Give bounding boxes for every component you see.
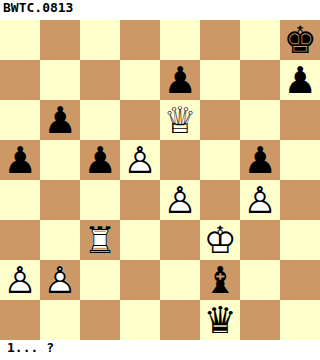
square-h4[interactable] bbox=[280, 180, 320, 220]
square-e1[interactable] bbox=[160, 300, 200, 340]
white-pawn-piece: ♙ bbox=[240, 180, 280, 220]
square-e5[interactable] bbox=[160, 140, 200, 180]
square-e2[interactable] bbox=[160, 260, 200, 300]
square-b4[interactable] bbox=[40, 180, 80, 220]
square-h6[interactable] bbox=[280, 100, 320, 140]
white-queen-piece-fill: ♛ bbox=[160, 100, 200, 140]
square-f1[interactable]: ♛ bbox=[200, 300, 240, 340]
square-d1[interactable] bbox=[120, 300, 160, 340]
square-c6[interactable] bbox=[80, 100, 120, 140]
white-rook-piece-fill: ♜ bbox=[80, 220, 120, 260]
square-h5[interactable] bbox=[280, 140, 320, 180]
square-c4[interactable] bbox=[80, 180, 120, 220]
square-b6[interactable]: ♟ bbox=[40, 100, 80, 140]
square-a3[interactable] bbox=[0, 220, 40, 260]
square-h2[interactable] bbox=[280, 260, 320, 300]
square-h3[interactable] bbox=[280, 220, 320, 260]
square-c8[interactable] bbox=[80, 20, 120, 60]
square-h8[interactable]: ♚ bbox=[280, 20, 320, 60]
square-h1[interactable] bbox=[280, 300, 320, 340]
square-c1[interactable] bbox=[80, 300, 120, 340]
square-e3[interactable] bbox=[160, 220, 200, 260]
square-e7[interactable]: ♟ bbox=[160, 60, 200, 100]
square-f2[interactable]: ♝ bbox=[200, 260, 240, 300]
chess-board: ♚♟♟♟♛♕♟♟♟♙♟♟♙♟♙♜♖♚♔♟♙♟♙♝♛ bbox=[0, 20, 320, 340]
square-g7[interactable] bbox=[240, 60, 280, 100]
square-d7[interactable] bbox=[120, 60, 160, 100]
square-g3[interactable] bbox=[240, 220, 280, 260]
square-a7[interactable] bbox=[0, 60, 40, 100]
square-f5[interactable] bbox=[200, 140, 240, 180]
square-f6[interactable] bbox=[200, 100, 240, 140]
white-king-piece-fill: ♚ bbox=[200, 220, 240, 260]
square-a8[interactable] bbox=[0, 20, 40, 60]
white-pawn-piece: ♙ bbox=[160, 180, 200, 220]
square-d2[interactable] bbox=[120, 260, 160, 300]
square-e4[interactable]: ♟♙ bbox=[160, 180, 200, 220]
square-c7[interactable] bbox=[80, 60, 120, 100]
white-rook-piece: ♖ bbox=[80, 220, 120, 260]
square-a1[interactable] bbox=[0, 300, 40, 340]
move-prompt: 1... ? bbox=[0, 340, 320, 360]
square-f3[interactable]: ♚♔ bbox=[200, 220, 240, 260]
black-pawn-piece: ♟ bbox=[80, 140, 120, 180]
black-pawn-piece: ♟ bbox=[240, 140, 280, 180]
black-bishop-piece: ♝ bbox=[200, 260, 240, 300]
white-pawn-piece: ♙ bbox=[0, 260, 40, 300]
white-pawn-piece: ♙ bbox=[120, 140, 160, 180]
square-g4[interactable]: ♟♙ bbox=[240, 180, 280, 220]
puzzle-title: BWTC.0813 bbox=[0, 0, 320, 20]
square-c3[interactable]: ♜♖ bbox=[80, 220, 120, 260]
black-pawn-piece: ♟ bbox=[160, 60, 200, 100]
square-a6[interactable] bbox=[0, 100, 40, 140]
square-a4[interactable] bbox=[0, 180, 40, 220]
square-g8[interactable] bbox=[240, 20, 280, 60]
square-a2[interactable]: ♟♙ bbox=[0, 260, 40, 300]
square-b5[interactable] bbox=[40, 140, 80, 180]
black-pawn-piece: ♟ bbox=[280, 60, 320, 100]
square-f8[interactable] bbox=[200, 20, 240, 60]
white-pawn-piece-fill: ♟ bbox=[0, 260, 40, 300]
square-d8[interactable] bbox=[120, 20, 160, 60]
square-d3[interactable] bbox=[120, 220, 160, 260]
square-b1[interactable] bbox=[40, 300, 80, 340]
square-e8[interactable] bbox=[160, 20, 200, 60]
square-c5[interactable]: ♟ bbox=[80, 140, 120, 180]
square-g5[interactable]: ♟ bbox=[240, 140, 280, 180]
square-d6[interactable] bbox=[120, 100, 160, 140]
square-b2[interactable]: ♟♙ bbox=[40, 260, 80, 300]
square-g2[interactable] bbox=[240, 260, 280, 300]
white-pawn-piece-fill: ♟ bbox=[120, 140, 160, 180]
square-g1[interactable] bbox=[240, 300, 280, 340]
black-pawn-piece: ♟ bbox=[40, 100, 80, 140]
square-e6[interactable]: ♛♕ bbox=[160, 100, 200, 140]
square-b3[interactable] bbox=[40, 220, 80, 260]
white-pawn-piece-fill: ♟ bbox=[160, 180, 200, 220]
square-d4[interactable] bbox=[120, 180, 160, 220]
black-king-piece: ♚ bbox=[280, 20, 320, 60]
square-b7[interactable] bbox=[40, 60, 80, 100]
black-queen-piece: ♛ bbox=[200, 300, 240, 340]
square-c2[interactable] bbox=[80, 260, 120, 300]
square-f7[interactable] bbox=[200, 60, 240, 100]
square-f4[interactable] bbox=[200, 180, 240, 220]
square-d5[interactable]: ♟♙ bbox=[120, 140, 160, 180]
white-pawn-piece-fill: ♟ bbox=[40, 260, 80, 300]
white-pawn-piece: ♙ bbox=[40, 260, 80, 300]
white-pawn-piece-fill: ♟ bbox=[240, 180, 280, 220]
black-pawn-piece: ♟ bbox=[0, 140, 40, 180]
square-b8[interactable] bbox=[40, 20, 80, 60]
white-king-piece: ♔ bbox=[200, 220, 240, 260]
square-g6[interactable] bbox=[240, 100, 280, 140]
square-h7[interactable]: ♟ bbox=[280, 60, 320, 100]
white-queen-piece: ♕ bbox=[160, 100, 200, 140]
square-a5[interactable]: ♟ bbox=[0, 140, 40, 180]
